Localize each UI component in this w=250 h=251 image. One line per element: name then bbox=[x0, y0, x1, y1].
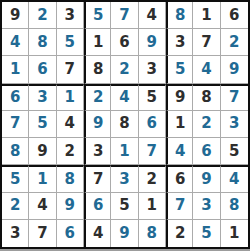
cell-r6c2[interactable]: 9 bbox=[29, 138, 56, 165]
cell-r5c5[interactable]: 8 bbox=[111, 111, 138, 138]
cell-r9c8[interactable]: 5 bbox=[193, 220, 220, 247]
cell-r6c7[interactable]: 4 bbox=[166, 138, 193, 165]
cell-r3c2[interactable]: 6 bbox=[29, 56, 56, 83]
cell-r2c8[interactable]: 7 bbox=[193, 29, 220, 56]
cell-r3c9[interactable]: 9 bbox=[221, 56, 248, 83]
cell-r7c6[interactable]: 2 bbox=[139, 165, 166, 192]
cell-r1c7[interactable]: 8 bbox=[166, 2, 193, 29]
cell-r5c7[interactable]: 1 bbox=[166, 111, 193, 138]
cell-r3c7[interactable]: 5 bbox=[166, 56, 193, 83]
cell-r8c1[interactable]: 2 bbox=[2, 193, 29, 220]
cell-r8c6[interactable]: 1 bbox=[139, 193, 166, 220]
cell-r4c4[interactable]: 2 bbox=[84, 84, 111, 111]
cell-r2c4[interactable]: 1 bbox=[84, 29, 111, 56]
cell-r8c5[interactable]: 5 bbox=[111, 193, 138, 220]
cell-r7c8[interactable]: 9 bbox=[193, 165, 220, 192]
cell-r5c1[interactable]: 7 bbox=[2, 111, 29, 138]
cell-r8c7[interactable]: 7 bbox=[166, 193, 193, 220]
cell-r2c3[interactable]: 5 bbox=[57, 29, 84, 56]
cell-r1c2[interactable]: 2 bbox=[29, 2, 56, 29]
cell-r2c9[interactable]: 2 bbox=[221, 29, 248, 56]
cell-r8c2[interactable]: 4 bbox=[29, 193, 56, 220]
cell-r4c7[interactable]: 9 bbox=[166, 84, 193, 111]
cell-r2c1[interactable]: 4 bbox=[2, 29, 29, 56]
cell-r4c1[interactable]: 6 bbox=[2, 84, 29, 111]
cell-r5c4[interactable]: 9 bbox=[84, 111, 111, 138]
cell-r4c3[interactable]: 1 bbox=[57, 84, 84, 111]
cell-r7c3[interactable]: 8 bbox=[57, 165, 84, 192]
cell-r8c3[interactable]: 9 bbox=[57, 193, 84, 220]
cell-r5c3[interactable]: 4 bbox=[57, 111, 84, 138]
cell-r6c8[interactable]: 6 bbox=[193, 138, 220, 165]
cell-r4c6[interactable]: 5 bbox=[139, 84, 166, 111]
cell-r9c4[interactable]: 4 bbox=[84, 220, 111, 247]
cell-r3c5[interactable]: 2 bbox=[111, 56, 138, 83]
cell-r2c5[interactable]: 6 bbox=[111, 29, 138, 56]
cell-r1c1[interactable]: 9 bbox=[2, 2, 29, 29]
cell-r9c1[interactable]: 3 bbox=[2, 220, 29, 247]
cell-r8c8[interactable]: 3 bbox=[193, 193, 220, 220]
cell-r9c5[interactable]: 9 bbox=[111, 220, 138, 247]
sudoku-board: 9235748164851693721678235496312459877549… bbox=[0, 0, 250, 249]
cell-r1c5[interactable]: 7 bbox=[111, 2, 138, 29]
cell-r8c4[interactable]: 6 bbox=[84, 193, 111, 220]
cell-r4c2[interactable]: 3 bbox=[29, 84, 56, 111]
cell-r4c5[interactable]: 4 bbox=[111, 84, 138, 111]
cell-r1c4[interactable]: 5 bbox=[84, 2, 111, 29]
cell-r5c8[interactable]: 2 bbox=[193, 111, 220, 138]
cell-r8c9[interactable]: 8 bbox=[221, 193, 248, 220]
cell-r1c8[interactable]: 1 bbox=[193, 2, 220, 29]
cell-r1c6[interactable]: 4 bbox=[139, 2, 166, 29]
cell-r3c6[interactable]: 3 bbox=[139, 56, 166, 83]
cell-r7c2[interactable]: 1 bbox=[29, 165, 56, 192]
cell-r9c9[interactable]: 1 bbox=[221, 220, 248, 247]
cell-r9c2[interactable]: 7 bbox=[29, 220, 56, 247]
cell-r2c7[interactable]: 3 bbox=[166, 29, 193, 56]
cell-r9c7[interactable]: 2 bbox=[166, 220, 193, 247]
cell-r3c3[interactable]: 7 bbox=[57, 56, 84, 83]
cell-r7c9[interactable]: 4 bbox=[221, 165, 248, 192]
cell-r6c5[interactable]: 1 bbox=[111, 138, 138, 165]
cell-r2c2[interactable]: 8 bbox=[29, 29, 56, 56]
cell-r3c8[interactable]: 4 bbox=[193, 56, 220, 83]
cell-r3c1[interactable]: 1 bbox=[2, 56, 29, 83]
cell-r5c6[interactable]: 6 bbox=[139, 111, 166, 138]
cell-r5c2[interactable]: 5 bbox=[29, 111, 56, 138]
cell-r1c3[interactable]: 3 bbox=[57, 2, 84, 29]
cell-r6c4[interactable]: 3 bbox=[84, 138, 111, 165]
cell-r1c9[interactable]: 6 bbox=[221, 2, 248, 29]
cell-r6c9[interactable]: 5 bbox=[221, 138, 248, 165]
cell-r6c3[interactable]: 2 bbox=[57, 138, 84, 165]
cell-r4c9[interactable]: 7 bbox=[221, 84, 248, 111]
cell-r9c6[interactable]: 8 bbox=[139, 220, 166, 247]
cell-r7c5[interactable]: 3 bbox=[111, 165, 138, 192]
cell-r6c1[interactable]: 8 bbox=[2, 138, 29, 165]
cell-r3c4[interactable]: 8 bbox=[84, 56, 111, 83]
cell-r5c9[interactable]: 3 bbox=[221, 111, 248, 138]
cell-r2c6[interactable]: 9 bbox=[139, 29, 166, 56]
cell-r6c6[interactable]: 7 bbox=[139, 138, 166, 165]
cell-r4c8[interactable]: 8 bbox=[193, 84, 220, 111]
cell-r9c3[interactable]: 6 bbox=[57, 220, 84, 247]
cell-r7c7[interactable]: 6 bbox=[166, 165, 193, 192]
cell-r7c4[interactable]: 7 bbox=[84, 165, 111, 192]
cell-r7c1[interactable]: 5 bbox=[2, 165, 29, 192]
